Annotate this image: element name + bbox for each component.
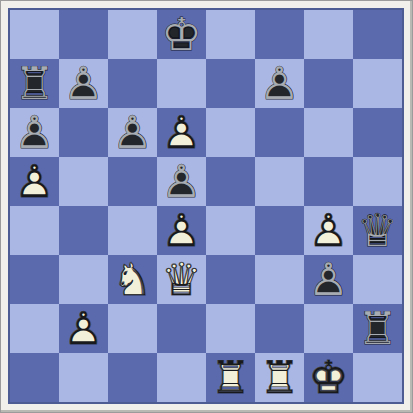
square-e3[interactable] — [206, 255, 255, 304]
square-a2[interactable] — [10, 304, 59, 353]
square-b1[interactable] — [59, 353, 108, 402]
white-rook[interactable]: ♜♖ — [255, 353, 304, 402]
white-king[interactable]: ♚♔ — [304, 353, 353, 402]
square-h4[interactable]: ♛♕ — [353, 206, 402, 255]
square-c4[interactable] — [108, 206, 157, 255]
white-queen-outline-glyph: ♕ — [157, 255, 206, 304]
square-h1[interactable] — [353, 353, 402, 402]
square-e1[interactable]: ♜♖ — [206, 353, 255, 402]
black-pawn[interactable]: ♟♙ — [108, 108, 157, 157]
square-h7[interactable] — [353, 59, 402, 108]
square-c8[interactable] — [108, 10, 157, 59]
white-pawn[interactable]: ♟♙ — [157, 108, 206, 157]
white-pawn-outline-glyph: ♙ — [304, 206, 353, 255]
black-pawn[interactable]: ♟♙ — [10, 108, 59, 157]
square-h3[interactable] — [353, 255, 402, 304]
square-b5[interactable] — [59, 157, 108, 206]
square-e8[interactable] — [206, 10, 255, 59]
square-g6[interactable] — [304, 108, 353, 157]
square-f2[interactable] — [255, 304, 304, 353]
square-e6[interactable] — [206, 108, 255, 157]
square-f7[interactable]: ♟♙ — [255, 59, 304, 108]
square-f6[interactable] — [255, 108, 304, 157]
white-pawn[interactable]: ♟♙ — [304, 206, 353, 255]
square-d3[interactable]: ♛♕ — [157, 255, 206, 304]
white-pawn-outline-glyph: ♙ — [10, 157, 59, 206]
square-g1[interactable]: ♚♔ — [304, 353, 353, 402]
square-c6[interactable]: ♟♙ — [108, 108, 157, 157]
chess-board: ♚♔♜♖♟♙♟♙♟♙♟♙♟♙♟♙♟♙♟♙♟♙♛♕♞♘♛♕♟♙♟♙♜♖♜♖♜♖♚♔ — [8, 8, 404, 404]
black-pawn-outline-glyph: ♙ — [157, 157, 206, 206]
board-frame: ♚♔♜♖♟♙♟♙♟♙♟♙♟♙♟♙♟♙♟♙♟♙♛♕♞♘♛♕♟♙♟♙♜♖♜♖♜♖♚♔ — [0, 0, 413, 413]
black-pawn[interactable]: ♟♙ — [157, 157, 206, 206]
square-g7[interactable] — [304, 59, 353, 108]
square-b3[interactable] — [59, 255, 108, 304]
black-pawn-outline-glyph: ♙ — [304, 255, 353, 304]
square-c7[interactable] — [108, 59, 157, 108]
white-pawn-outline-glyph: ♙ — [59, 304, 108, 353]
square-d2[interactable] — [157, 304, 206, 353]
black-queen-outline-glyph: ♕ — [353, 206, 402, 255]
square-c2[interactable] — [108, 304, 157, 353]
square-h6[interactable] — [353, 108, 402, 157]
black-pawn-outline-glyph: ♙ — [108, 108, 157, 157]
square-c1[interactable] — [108, 353, 157, 402]
square-d6[interactable]: ♟♙ — [157, 108, 206, 157]
white-rook[interactable]: ♜♖ — [206, 353, 255, 402]
white-king-outline-glyph: ♔ — [304, 353, 353, 402]
black-rook[interactable]: ♜♖ — [353, 304, 402, 353]
square-h5[interactable] — [353, 157, 402, 206]
square-d4[interactable]: ♟♙ — [157, 206, 206, 255]
white-queen[interactable]: ♛♕ — [157, 255, 206, 304]
square-e2[interactable] — [206, 304, 255, 353]
square-a8[interactable] — [10, 10, 59, 59]
square-d1[interactable] — [157, 353, 206, 402]
black-pawn[interactable]: ♟♙ — [59, 59, 108, 108]
black-rook-outline-glyph: ♖ — [10, 59, 59, 108]
square-a3[interactable] — [10, 255, 59, 304]
square-d5[interactable]: ♟♙ — [157, 157, 206, 206]
square-f5[interactable] — [255, 157, 304, 206]
white-pawn[interactable]: ♟♙ — [10, 157, 59, 206]
square-e7[interactable] — [206, 59, 255, 108]
square-d7[interactable] — [157, 59, 206, 108]
square-b7[interactable]: ♟♙ — [59, 59, 108, 108]
square-g4[interactable]: ♟♙ — [304, 206, 353, 255]
square-a5[interactable]: ♟♙ — [10, 157, 59, 206]
white-knight[interactable]: ♞♘ — [108, 255, 157, 304]
white-pawn[interactable]: ♟♙ — [59, 304, 108, 353]
white-rook-outline-glyph: ♖ — [255, 353, 304, 402]
square-a7[interactable]: ♜♖ — [10, 59, 59, 108]
black-queen[interactable]: ♛♕ — [353, 206, 402, 255]
square-f8[interactable] — [255, 10, 304, 59]
white-rook-outline-glyph: ♖ — [206, 353, 255, 402]
black-pawn[interactable]: ♟♙ — [304, 255, 353, 304]
square-f3[interactable] — [255, 255, 304, 304]
square-c3[interactable]: ♞♘ — [108, 255, 157, 304]
square-d8[interactable]: ♚♔ — [157, 10, 206, 59]
square-a4[interactable] — [10, 206, 59, 255]
white-pawn[interactable]: ♟♙ — [157, 206, 206, 255]
square-g5[interactable] — [304, 157, 353, 206]
white-pawn-outline-glyph: ♙ — [157, 108, 206, 157]
square-a1[interactable] — [10, 353, 59, 402]
square-g8[interactable] — [304, 10, 353, 59]
square-h2[interactable]: ♜♖ — [353, 304, 402, 353]
square-b8[interactable] — [59, 10, 108, 59]
square-c5[interactable] — [108, 157, 157, 206]
black-rook[interactable]: ♜♖ — [10, 59, 59, 108]
black-pawn-outline-glyph: ♙ — [59, 59, 108, 108]
square-a6[interactable]: ♟♙ — [10, 108, 59, 157]
square-e4[interactable] — [206, 206, 255, 255]
black-king[interactable]: ♚♔ — [157, 10, 206, 59]
square-g3[interactable]: ♟♙ — [304, 255, 353, 304]
square-h8[interactable] — [353, 10, 402, 59]
square-f1[interactable]: ♜♖ — [255, 353, 304, 402]
black-king-outline-glyph: ♔ — [157, 10, 206, 59]
white-knight-outline-glyph: ♘ — [108, 255, 157, 304]
square-g2[interactable] — [304, 304, 353, 353]
black-pawn-outline-glyph: ♙ — [10, 108, 59, 157]
square-b6[interactable] — [59, 108, 108, 157]
black-pawn[interactable]: ♟♙ — [255, 59, 304, 108]
square-b4[interactable] — [59, 206, 108, 255]
black-pawn-outline-glyph: ♙ — [255, 59, 304, 108]
square-f4[interactable] — [255, 206, 304, 255]
square-e5[interactable] — [206, 157, 255, 206]
square-b2[interactable]: ♟♙ — [59, 304, 108, 353]
black-rook-outline-glyph: ♖ — [353, 304, 402, 353]
white-pawn-outline-glyph: ♙ — [157, 206, 206, 255]
